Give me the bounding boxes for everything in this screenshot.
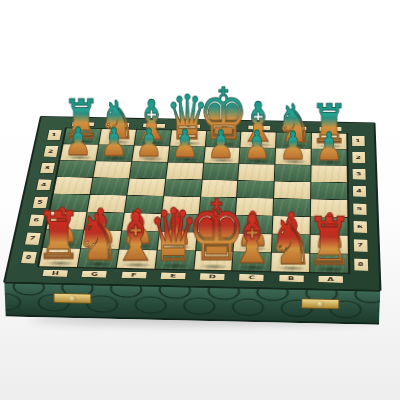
file-label-slot: B [271,272,311,284]
square-e3[interactable] [166,163,203,180]
board-top-surface: HGFEDCBA 12345678 ♜♞♝♛♚♝♞♜♟♟♟♟♟♟♟♟♟♟♟♟♟♟… [3,116,381,291]
border-corner-near-left [14,267,37,279]
rank-label-right-4: 4 [351,185,366,197]
file-label-d: D [199,273,226,281]
square-h3[interactable] [57,160,95,177]
rank-label-slot: 4 [349,183,369,201]
rook-glyph: ♜ [306,213,352,271]
square-h4[interactable] [54,177,93,194]
brass-clasp-left [53,293,91,304]
board-front-edge [4,282,380,325]
file-label-slot: D [192,271,232,283]
file-label-a: A [317,275,344,283]
board-3d: HGFEDCBA 12345678 ♜♞♝♛♚♝♞♜♟♟♟♟♟♟♟♟♟♟♟♟♟♟… [3,116,381,291]
square-a4[interactable] [311,182,347,199]
file-label-slot: G [74,268,115,280]
square-a3[interactable] [311,165,346,182]
rank-label-right-3: 3 [351,168,366,180]
square-g3[interactable] [93,161,131,178]
file-label-b: B [278,274,305,282]
rank-label-slot: 3 [349,166,369,183]
square-f3[interactable] [130,162,167,179]
board-grid: ♜♞♝♛♚♝♞♜♟♟♟♟♟♟♟♟♟♟♟♟♟♟♟♟♜♞♝♛♚♝♞♜ [37,127,350,274]
chess-board: HGFEDCBA 12345678 ♜♞♝♛♚♝♞♜♟♟♟♟♟♟♟♟♟♟♟♟♟♟… [22,20,378,376]
square-a2[interactable]: ♟ [312,149,347,166]
file-label-slot: C [232,271,272,283]
square-a8[interactable]: ♜ [310,254,348,273]
piece-white-pawn[interactable]: ♟ [298,130,361,164]
square-b3[interactable] [275,165,311,182]
file-label-h: H [41,269,69,277]
piece-black-rook[interactable]: ♜ [295,213,363,271]
file-label-c: C [238,274,265,282]
square-b4[interactable] [274,181,310,198]
photo-background: HGFEDCBA 12345678 ♜♞♝♛♚♝♞♜♟♟♟♟♟♟♟♟♟♟♟♟♟♟… [0,0,400,400]
file-label-e: E [159,272,186,280]
rank-label-left-3: 3 [39,162,56,174]
square-g4[interactable] [90,178,128,195]
brass-clasp-right [301,298,340,309]
square-d3[interactable] [202,163,238,180]
border-corner-near-right [350,274,371,286]
square-c3[interactable] [239,164,275,181]
file-label-slot: F [113,269,154,281]
pawn-glyph: ♟ [316,130,343,164]
rank-label-left-4: 4 [35,179,52,191]
file-label-slot: E [153,270,194,282]
file-label-slot: H [35,267,76,279]
rank-label-slot: 3 [36,159,59,176]
file-label-g: G [81,270,109,278]
file-label-slot: A [311,273,351,285]
file-label-f: F [120,271,147,279]
